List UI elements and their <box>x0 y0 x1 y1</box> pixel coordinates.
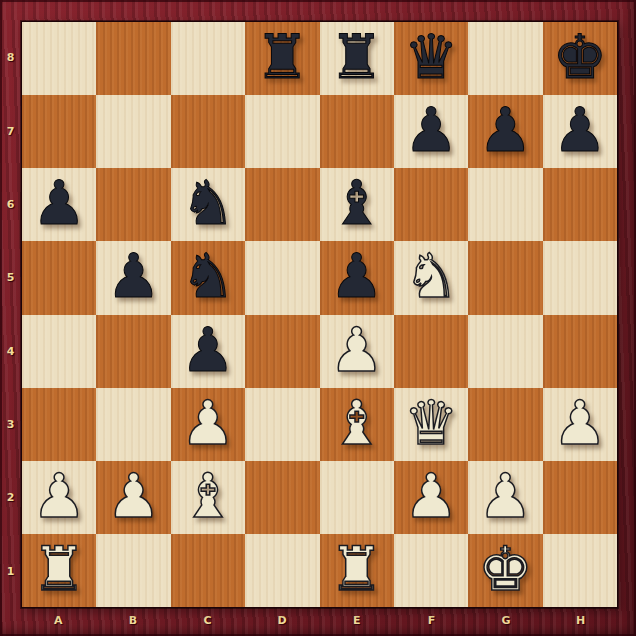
piece-white-king-g1[interactable]: ♚ <box>478 538 533 599</box>
file-label-e: E <box>320 607 395 633</box>
piece-black-pawn-g7[interactable]: ♟ <box>478 99 533 160</box>
square-e5[interactable]: ♟ <box>320 241 394 314</box>
file-label-b: B <box>96 607 171 633</box>
square-b1[interactable] <box>96 534 170 607</box>
file-label-f: F <box>394 607 469 633</box>
square-e6[interactable]: ♝ <box>320 168 394 241</box>
piece-black-bishop-e6[interactable]: ♝ <box>329 172 384 233</box>
square-f7[interactable]: ♟ <box>394 95 468 168</box>
piece-black-rook-e8[interactable]: ♜ <box>329 26 384 87</box>
square-g1[interactable]: ♚ <box>468 534 542 607</box>
piece-black-pawn-a6[interactable]: ♟ <box>32 172 87 233</box>
square-h6[interactable] <box>543 168 617 241</box>
square-g5[interactable] <box>468 241 542 314</box>
square-g8[interactable] <box>468 22 542 95</box>
square-d6[interactable] <box>245 168 319 241</box>
piece-black-knight-c5[interactable]: ♞ <box>181 245 236 306</box>
square-b8[interactable] <box>96 22 170 95</box>
piece-white-bishop-e3[interactable]: ♝ <box>329 392 384 453</box>
file-label-c: C <box>170 607 245 633</box>
square-f6[interactable] <box>394 168 468 241</box>
square-b6[interactable] <box>96 168 170 241</box>
square-c3[interactable]: ♟ <box>171 388 245 461</box>
piece-white-pawn-g2[interactable]: ♟ <box>478 465 533 526</box>
file-labels: ABCDEFGH <box>21 607 618 633</box>
file-label-d: D <box>245 607 320 633</box>
square-c1[interactable] <box>171 534 245 607</box>
square-c5[interactable]: ♞ <box>171 241 245 314</box>
file-label-g: G <box>469 607 544 633</box>
square-h4[interactable] <box>543 315 617 388</box>
piece-white-bishop-c2[interactable]: ♝ <box>181 465 236 526</box>
square-a5[interactable] <box>22 241 96 314</box>
square-b5[interactable]: ♟ <box>96 241 170 314</box>
rank-label-4: 4 <box>0 315 21 388</box>
piece-black-pawn-b5[interactable]: ♟ <box>106 245 161 306</box>
square-d7[interactable] <box>245 95 319 168</box>
square-h8[interactable]: ♚ <box>543 22 617 95</box>
piece-white-rook-e1[interactable]: ♜ <box>329 538 384 599</box>
square-f8[interactable]: ♛ <box>394 22 468 95</box>
square-g2[interactable]: ♟ <box>468 461 542 534</box>
square-e2[interactable] <box>320 461 394 534</box>
square-e1[interactable]: ♜ <box>320 534 394 607</box>
square-f1[interactable] <box>394 534 468 607</box>
square-d8[interactable]: ♜ <box>245 22 319 95</box>
piece-black-pawn-f7[interactable]: ♟ <box>404 99 459 160</box>
piece-white-pawn-b2[interactable]: ♟ <box>106 465 161 526</box>
rank-labels: 87654321 <box>0 21 21 608</box>
square-a1[interactable]: ♜ <box>22 534 96 607</box>
square-h3[interactable]: ♟ <box>543 388 617 461</box>
square-h7[interactable]: ♟ <box>543 95 617 168</box>
rank-label-5: 5 <box>0 241 21 314</box>
square-d1[interactable] <box>245 534 319 607</box>
piece-white-queen-f3[interactable]: ♛ <box>404 392 459 453</box>
chess-board: ♜♜♛♚♟♟♟♟♞♝♟♞♟♞♟♟♟♝♛♟♟♟♝♟♟♜♜♚ <box>21 21 618 608</box>
square-f5[interactable]: ♞ <box>394 241 468 314</box>
square-g7[interactable]: ♟ <box>468 95 542 168</box>
piece-black-queen-f8[interactable]: ♛ <box>404 26 459 87</box>
piece-white-pawn-h3[interactable]: ♟ <box>552 392 607 453</box>
square-h5[interactable] <box>543 241 617 314</box>
rank-label-8: 8 <box>0 21 21 94</box>
rank-label-3: 3 <box>0 388 21 461</box>
square-e7[interactable] <box>320 95 394 168</box>
square-b7[interactable] <box>96 95 170 168</box>
square-h2[interactable] <box>543 461 617 534</box>
square-a2[interactable]: ♟ <box>22 461 96 534</box>
square-a3[interactable] <box>22 388 96 461</box>
square-e4[interactable]: ♟ <box>320 315 394 388</box>
square-e3[interactable]: ♝ <box>320 388 394 461</box>
square-g3[interactable] <box>468 388 542 461</box>
square-d2[interactable] <box>245 461 319 534</box>
square-f4[interactable] <box>394 315 468 388</box>
square-b4[interactable] <box>96 315 170 388</box>
square-e8[interactable]: ♜ <box>320 22 394 95</box>
square-d4[interactable] <box>245 315 319 388</box>
piece-white-pawn-c3[interactable]: ♟ <box>181 392 236 453</box>
board-frame: 87654321 ABCDEFGH ♜♜♛♚♟♟♟♟♞♝♟♞♟♞♟♟♟♝♛♟♟♟… <box>0 0 636 636</box>
square-a8[interactable] <box>22 22 96 95</box>
square-f2[interactable]: ♟ <box>394 461 468 534</box>
square-b3[interactable] <box>96 388 170 461</box>
square-c8[interactable] <box>171 22 245 95</box>
square-a4[interactable] <box>22 315 96 388</box>
piece-white-knight-f5[interactable]: ♞ <box>404 245 459 306</box>
rank-label-1: 1 <box>0 535 21 608</box>
square-d5[interactable] <box>245 241 319 314</box>
square-g6[interactable] <box>468 168 542 241</box>
rank-label-7: 7 <box>0 94 21 167</box>
piece-black-king-h8[interactable]: ♚ <box>552 26 607 87</box>
square-f3[interactable]: ♛ <box>394 388 468 461</box>
piece-black-pawn-c4[interactable]: ♟ <box>181 319 236 380</box>
piece-white-rook-a1[interactable]: ♜ <box>32 538 87 599</box>
square-h1[interactable] <box>543 534 617 607</box>
square-g4[interactable] <box>468 315 542 388</box>
piece-black-knight-c6[interactable]: ♞ <box>181 172 236 233</box>
square-c7[interactable] <box>171 95 245 168</box>
square-a6[interactable]: ♟ <box>22 168 96 241</box>
rank-label-2: 2 <box>0 461 21 534</box>
square-b2[interactable]: ♟ <box>96 461 170 534</box>
square-d3[interactable] <box>245 388 319 461</box>
piece-white-pawn-e4[interactable]: ♟ <box>329 319 384 380</box>
piece-black-pawn-h7[interactable]: ♟ <box>552 99 607 160</box>
piece-black-pawn-e5[interactable]: ♟ <box>329 245 384 306</box>
rank-label-6: 6 <box>0 168 21 241</box>
square-c4[interactable]: ♟ <box>171 315 245 388</box>
square-c2[interactable]: ♝ <box>171 461 245 534</box>
file-label-h: H <box>543 607 618 633</box>
square-a7[interactable] <box>22 95 96 168</box>
file-label-a: A <box>21 607 96 633</box>
piece-white-pawn-f2[interactable]: ♟ <box>404 465 459 526</box>
piece-white-pawn-a2[interactable]: ♟ <box>32 465 87 526</box>
square-c6[interactable]: ♞ <box>171 168 245 241</box>
piece-black-rook-d8[interactable]: ♜ <box>255 26 310 87</box>
